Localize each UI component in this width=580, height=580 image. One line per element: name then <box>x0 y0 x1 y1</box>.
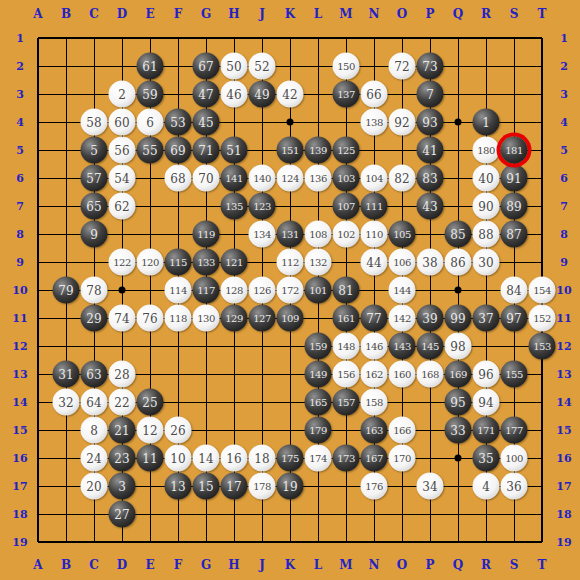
stone-R17-white-4[interactable]: 4 <box>473 473 500 500</box>
stone-M16-black-173[interactable]: 173 <box>333 445 360 472</box>
stone-C13-black-63[interactable]: 63 <box>81 361 108 388</box>
stone-D13-white-28[interactable]: 28 <box>109 361 136 388</box>
stone-P6-black-83[interactable]: 83 <box>417 165 444 192</box>
stone-G3-black-47[interactable]: 47 <box>193 81 220 108</box>
stone-S16-white-100[interactable]: 100 <box>501 445 528 472</box>
stone-M11-black-161[interactable]: 161 <box>333 305 360 332</box>
stone-R7-white-90[interactable]: 90 <box>473 193 500 220</box>
stone-F11-white-118[interactable]: 118 <box>165 305 192 332</box>
column-label-bottom: O <box>397 559 407 571</box>
column-label-top: K <box>285 8 295 20</box>
stone-H5-black-51[interactable]: 51 <box>221 137 248 164</box>
stone-K8-black-131[interactable]: 131 <box>277 221 304 248</box>
stone-L14-black-165[interactable]: 165 <box>305 389 332 416</box>
column-label-top: H <box>228 8 239 20</box>
row-label-right: 9 <box>560 257 568 268</box>
column-label-top: E <box>145 8 154 20</box>
stone-L15-black-179[interactable]: 179 <box>305 417 332 444</box>
stone-D17-black-3[interactable]: 3 <box>109 473 136 500</box>
row-label-right: 17 <box>556 481 571 492</box>
stone-M6-black-103[interactable]: 103 <box>333 165 360 192</box>
stone-N4-white-138[interactable]: 138 <box>361 109 388 136</box>
row-label-right: 5 <box>560 145 568 156</box>
stone-C7-black-65[interactable]: 65 <box>81 193 108 220</box>
stone-Q9-white-86[interactable]: 86 <box>445 249 472 276</box>
stone-O9-white-106[interactable]: 106 <box>389 249 416 276</box>
stone-E5-black-55[interactable]: 55 <box>137 137 164 164</box>
stone-R6-white-40[interactable]: 40 <box>473 165 500 192</box>
stone-G6-white-70[interactable]: 70 <box>193 165 220 192</box>
stone-C4-white-58[interactable]: 58 <box>81 109 108 136</box>
row-label-left: 2 <box>16 61 24 72</box>
column-label-top: Q <box>453 8 463 20</box>
column-label-top: F <box>174 8 183 20</box>
stone-F9-black-115[interactable]: 115 <box>165 249 192 276</box>
stone-Q8-black-85[interactable]: 85 <box>445 221 472 248</box>
stone-D16-black-23[interactable]: 23 <box>109 445 136 472</box>
row-label-left: 12 <box>12 341 27 352</box>
stone-N7-black-111[interactable]: 111 <box>361 193 388 220</box>
stone-E9-white-120[interactable]: 120 <box>137 249 164 276</box>
column-label-top: M <box>339 8 352 20</box>
stone-F5-black-69[interactable]: 69 <box>165 137 192 164</box>
stone-R13-white-96[interactable]: 96 <box>473 361 500 388</box>
stone-S15-black-177[interactable]: 177 <box>501 417 528 444</box>
stone-R9-white-30[interactable]: 30 <box>473 249 500 276</box>
stone-M8-white-102[interactable]: 102 <box>333 221 360 248</box>
row-label-left: 8 <box>16 229 24 240</box>
column-label-bottom: F <box>174 559 183 571</box>
stone-K6-white-124[interactable]: 124 <box>277 165 304 192</box>
stone-H2-white-50[interactable]: 50 <box>221 53 248 80</box>
row-label-right: 19 <box>556 537 571 548</box>
stone-E2-black-61[interactable]: 61 <box>137 53 164 80</box>
column-label-bottom: K <box>285 559 295 571</box>
stone-S11-black-97[interactable]: 97 <box>501 305 528 332</box>
stone-F15-white-26[interactable]: 26 <box>165 417 192 444</box>
stone-T12-black-153[interactable]: 153 <box>529 333 556 360</box>
stone-N11-black-77[interactable]: 77 <box>361 305 388 332</box>
stone-D7-white-62[interactable]: 62 <box>109 193 136 220</box>
row-label-left: 9 <box>16 257 24 268</box>
stone-G4-black-45[interactable]: 45 <box>193 109 220 136</box>
star-point <box>455 455 462 462</box>
stone-D9-white-122[interactable]: 122 <box>109 249 136 276</box>
stone-L10-black-101[interactable]: 101 <box>305 277 332 304</box>
stone-P2-black-73[interactable]: 73 <box>417 53 444 80</box>
stone-C16-white-24[interactable]: 24 <box>81 445 108 472</box>
row-label-right: 14 <box>556 397 571 408</box>
stone-T11-white-152[interactable]: 152 <box>529 305 556 332</box>
stone-N6-white-104[interactable]: 104 <box>361 165 388 192</box>
column-label-top: O <box>397 8 407 20</box>
column-label-top: A <box>33 8 42 20</box>
column-label-bottom: M <box>339 559 352 571</box>
stone-H10-white-128[interactable]: 128 <box>221 277 248 304</box>
column-label-top: T <box>538 8 547 20</box>
stone-N12-white-146[interactable]: 146 <box>361 333 388 360</box>
stone-E4-white-6[interactable]: 6 <box>137 109 164 136</box>
stone-L8-white-108[interactable]: 108 <box>305 221 332 248</box>
column-label-bottom: E <box>145 559 154 571</box>
stone-P13-white-168[interactable]: 168 <box>417 361 444 388</box>
row-label-left: 15 <box>12 425 27 436</box>
stone-J2-white-52[interactable]: 52 <box>249 53 276 80</box>
row-label-right: 13 <box>556 369 571 380</box>
stone-J11-black-127[interactable]: 127 <box>249 305 276 332</box>
star-point <box>455 287 462 294</box>
stone-Q13-black-169[interactable]: 169 <box>445 361 472 388</box>
stone-Q12-white-98[interactable]: 98 <box>445 333 472 360</box>
stone-D11-white-74[interactable]: 74 <box>109 305 136 332</box>
stone-F6-white-68[interactable]: 68 <box>165 165 192 192</box>
stone-E3-black-59[interactable]: 59 <box>137 81 164 108</box>
stone-D18-black-27[interactable]: 27 <box>109 501 136 528</box>
row-label-right: 7 <box>560 201 568 212</box>
stone-C11-black-29[interactable]: 29 <box>81 305 108 332</box>
stone-S10-white-84[interactable]: 84 <box>501 277 528 304</box>
stone-K10-white-172[interactable]: 172 <box>277 277 304 304</box>
column-label-bottom: H <box>228 559 239 571</box>
stone-D6-white-54[interactable]: 54 <box>109 165 136 192</box>
stone-N3-white-66[interactable]: 66 <box>361 81 388 108</box>
stone-L13-black-149[interactable]: 149 <box>305 361 332 388</box>
stone-G2-black-67[interactable]: 67 <box>193 53 220 80</box>
column-label-bottom: J <box>259 559 265 571</box>
row-label-right: 12 <box>556 341 571 352</box>
stone-P4-black-93[interactable]: 93 <box>417 109 444 136</box>
stone-D5-white-56[interactable]: 56 <box>109 137 136 164</box>
stone-M14-black-157[interactable]: 157 <box>333 389 360 416</box>
stone-C8-black-9[interactable]: 9 <box>81 221 108 248</box>
stone-T10-white-154[interactable]: 154 <box>529 277 556 304</box>
stone-P7-black-43[interactable]: 43 <box>417 193 444 220</box>
stone-K11-black-109[interactable]: 109 <box>277 305 304 332</box>
row-label-left: 13 <box>12 369 27 380</box>
row-label-left: 5 <box>16 145 24 156</box>
star-point <box>119 287 126 294</box>
row-label-right: 8 <box>560 229 568 240</box>
stone-N14-white-158[interactable]: 158 <box>361 389 388 416</box>
stone-N9-white-44[interactable]: 44 <box>361 249 388 276</box>
stone-O16-white-170[interactable]: 170 <box>389 445 416 472</box>
column-label-bottom: C <box>89 559 99 571</box>
stone-L16-white-174[interactable]: 174 <box>305 445 332 472</box>
stone-O15-white-166[interactable]: 166 <box>389 417 416 444</box>
stone-M7-black-107[interactable]: 107 <box>333 193 360 220</box>
row-label-left: 16 <box>12 453 27 464</box>
stone-G5-black-71[interactable]: 71 <box>193 137 220 164</box>
stone-G9-black-133[interactable]: 133 <box>193 249 220 276</box>
stone-K16-black-175[interactable]: 175 <box>277 445 304 472</box>
column-label-bottom: P <box>425 559 434 571</box>
stone-H11-black-129[interactable]: 129 <box>221 305 248 332</box>
stone-R8-white-88[interactable]: 88 <box>473 221 500 248</box>
stone-P5-black-41[interactable]: 41 <box>417 137 444 164</box>
stone-N13-white-162[interactable]: 162 <box>361 361 388 388</box>
stone-O13-white-160[interactable]: 160 <box>389 361 416 388</box>
row-label-left: 19 <box>12 537 27 548</box>
stone-M5-black-125[interactable]: 125 <box>333 137 360 164</box>
column-label-top: C <box>89 8 99 20</box>
column-label-bottom: N <box>369 559 380 571</box>
stone-L5-black-139[interactable]: 139 <box>305 137 332 164</box>
column-label-bottom: T <box>538 559 547 571</box>
stone-L6-white-136[interactable]: 136 <box>305 165 332 192</box>
stone-Q11-black-99[interactable]: 99 <box>445 305 472 332</box>
stone-R11-black-37[interactable]: 37 <box>473 305 500 332</box>
stone-D15-black-21[interactable]: 21 <box>109 417 136 444</box>
stone-S7-black-89[interactable]: 89 <box>501 193 528 220</box>
row-label-left: 18 <box>12 509 27 520</box>
stone-G17-black-15[interactable]: 15 <box>193 473 220 500</box>
stone-S17-white-36[interactable]: 36 <box>501 473 528 500</box>
stone-H7-black-135[interactable]: 135 <box>221 193 248 220</box>
column-label-bottom: R <box>481 559 491 571</box>
stone-J8-white-134[interactable]: 134 <box>249 221 276 248</box>
stone-J16-white-18[interactable]: 18 <box>249 445 276 472</box>
column-label-bottom: D <box>117 559 127 571</box>
stone-K9-white-112[interactable]: 112 <box>277 249 304 276</box>
star-point <box>455 119 462 126</box>
stone-F4-black-53[interactable]: 53 <box>165 109 192 136</box>
row-label-right: 11 <box>556 313 571 324</box>
column-label-top: D <box>117 8 127 20</box>
go-board[interactable]: AABBCCDDEEFFGGHHJJKKLLMMNNOOPPQQRRSSTT11… <box>0 0 580 580</box>
row-label-right: 16 <box>556 453 571 464</box>
stone-G8-black-119[interactable]: 119 <box>193 221 220 248</box>
stone-M10-black-81[interactable]: 81 <box>333 277 360 304</box>
column-label-top: R <box>481 8 491 20</box>
row-label-left: 3 <box>16 89 24 100</box>
stone-H6-black-141[interactable]: 141 <box>221 165 248 192</box>
stone-H17-black-17[interactable]: 17 <box>221 473 248 500</box>
column-label-bottom: L <box>314 559 322 571</box>
stone-E16-black-11[interactable]: 11 <box>137 445 164 472</box>
stone-K3-white-42[interactable]: 42 <box>277 81 304 108</box>
stone-Q14-black-95[interactable]: 95 <box>445 389 472 416</box>
stone-R14-white-94[interactable]: 94 <box>473 389 500 416</box>
stone-H16-white-16[interactable]: 16 <box>221 445 248 472</box>
stone-O10-white-144[interactable]: 144 <box>389 277 416 304</box>
row-label-right: 6 <box>560 173 568 184</box>
stone-H9-black-121[interactable]: 121 <box>221 249 248 276</box>
row-label-right: 2 <box>560 61 568 72</box>
stone-C15-white-8[interactable]: 8 <box>81 417 108 444</box>
column-label-top: G <box>201 8 211 20</box>
stone-P9-white-38[interactable]: 38 <box>417 249 444 276</box>
stone-F10-white-114[interactable]: 114 <box>165 277 192 304</box>
column-label-top: N <box>369 8 380 20</box>
stone-D3-white-2[interactable]: 2 <box>109 81 136 108</box>
column-label-top: S <box>510 8 519 20</box>
stone-O2-white-72[interactable]: 72 <box>389 53 416 80</box>
stone-B14-white-32[interactable]: 32 <box>53 389 80 416</box>
stone-C5-black-5[interactable]: 5 <box>81 137 108 164</box>
stone-J3-black-49[interactable]: 49 <box>249 81 276 108</box>
column-label-top: J <box>259 8 265 20</box>
stone-R16-black-35[interactable]: 35 <box>473 445 500 472</box>
stone-D14-white-22[interactable]: 22 <box>109 389 136 416</box>
stone-M12-white-148[interactable]: 148 <box>333 333 360 360</box>
row-label-left: 6 <box>16 173 24 184</box>
row-label-left: 1 <box>16 33 24 44</box>
stone-J17-white-178[interactable]: 178 <box>249 473 276 500</box>
row-label-left: 14 <box>12 397 27 408</box>
stone-J7-black-123[interactable]: 123 <box>249 193 276 220</box>
stone-C17-white-20[interactable]: 20 <box>81 473 108 500</box>
stone-S8-black-87[interactable]: 87 <box>501 221 528 248</box>
column-label-bottom: G <box>201 559 211 571</box>
stone-B13-black-31[interactable]: 31 <box>53 361 80 388</box>
stone-F17-black-13[interactable]: 13 <box>165 473 192 500</box>
row-label-right: 18 <box>556 509 571 520</box>
column-label-top: P <box>425 8 434 20</box>
stone-G16-white-14[interactable]: 14 <box>193 445 220 472</box>
stone-C6-black-57[interactable]: 57 <box>81 165 108 192</box>
stone-C10-white-78[interactable]: 78 <box>81 277 108 304</box>
column-label-top: B <box>61 8 71 20</box>
stone-C14-white-64[interactable]: 64 <box>81 389 108 416</box>
row-label-left: 10 <box>12 285 27 296</box>
star-point <box>287 119 294 126</box>
stone-O4-white-92[interactable]: 92 <box>389 109 416 136</box>
stone-E14-black-25[interactable]: 25 <box>137 389 164 416</box>
stone-P3-black-7[interactable]: 7 <box>417 81 444 108</box>
stone-S6-black-91[interactable]: 91 <box>501 165 528 192</box>
stone-R4-black-1[interactable]: 1 <box>473 109 500 136</box>
column-label-bottom: A <box>33 559 42 571</box>
row-label-right: 15 <box>556 425 571 436</box>
stone-K5-black-151[interactable]: 151 <box>277 137 304 164</box>
stone-P12-black-145[interactable]: 145 <box>417 333 444 360</box>
stone-B10-black-79[interactable]: 79 <box>53 277 80 304</box>
stone-J6-white-140[interactable]: 140 <box>249 165 276 192</box>
stone-L12-black-159[interactable]: 159 <box>305 333 332 360</box>
stone-Q15-black-33[interactable]: 33 <box>445 417 472 444</box>
stone-G10-black-117[interactable]: 117 <box>193 277 220 304</box>
stone-S13-black-155[interactable]: 155 <box>501 361 528 388</box>
stone-S5-black-181[interactable]: 181 <box>501 137 528 164</box>
stone-R15-black-171[interactable]: 171 <box>473 417 500 444</box>
stone-O6-white-82[interactable]: 82 <box>389 165 416 192</box>
row-label-left: 11 <box>12 313 27 324</box>
stone-L9-white-132[interactable]: 132 <box>305 249 332 276</box>
stone-J10-white-126[interactable]: 126 <box>249 277 276 304</box>
stone-M3-black-137[interactable]: 137 <box>333 81 360 108</box>
stone-M2-white-150[interactable]: 150 <box>333 53 360 80</box>
stone-N8-white-110[interactable]: 110 <box>361 221 388 248</box>
column-label-top: L <box>314 8 322 20</box>
stone-E15-white-12[interactable]: 12 <box>137 417 164 444</box>
row-label-left: 7 <box>16 201 24 212</box>
stone-O11-white-142[interactable]: 142 <box>389 305 416 332</box>
stone-K17-black-19[interactable]: 19 <box>277 473 304 500</box>
stone-N15-black-163[interactable]: 163 <box>361 417 388 444</box>
stone-E11-white-76[interactable]: 76 <box>137 305 164 332</box>
column-label-bottom: S <box>510 559 519 571</box>
stone-H3-white-46[interactable]: 46 <box>221 81 248 108</box>
row-label-left: 4 <box>16 117 24 128</box>
row-label-right: 4 <box>560 117 568 128</box>
stone-P17-white-34[interactable]: 34 <box>417 473 444 500</box>
stone-R5-white-180[interactable]: 180 <box>473 137 500 164</box>
stone-O12-black-143[interactable]: 143 <box>389 333 416 360</box>
column-label-bottom: Q <box>453 559 463 571</box>
stone-F16-white-10[interactable]: 10 <box>165 445 192 472</box>
stone-M13-white-156[interactable]: 156 <box>333 361 360 388</box>
row-label-left: 17 <box>12 481 27 492</box>
stone-G11-white-130[interactable]: 130 <box>193 305 220 332</box>
stone-N16-black-167[interactable]: 167 <box>361 445 388 472</box>
row-label-right: 3 <box>560 89 568 100</box>
row-label-right: 10 <box>556 285 571 296</box>
stone-N17-white-176[interactable]: 176 <box>361 473 388 500</box>
stone-P11-black-39[interactable]: 39 <box>417 305 444 332</box>
stone-O8-black-105[interactable]: 105 <box>389 221 416 248</box>
column-label-bottom: B <box>61 559 71 571</box>
row-label-right: 1 <box>560 33 568 44</box>
stone-D4-white-60[interactable]: 60 <box>109 109 136 136</box>
